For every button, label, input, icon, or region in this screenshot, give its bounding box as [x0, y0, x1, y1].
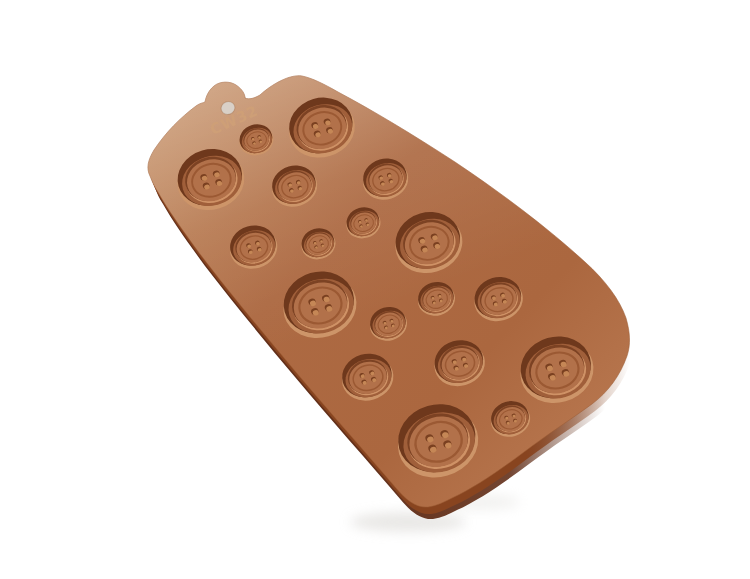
product-photo: CW32	[0, 0, 750, 579]
mold-illustration: CW32	[0, 0, 750, 579]
